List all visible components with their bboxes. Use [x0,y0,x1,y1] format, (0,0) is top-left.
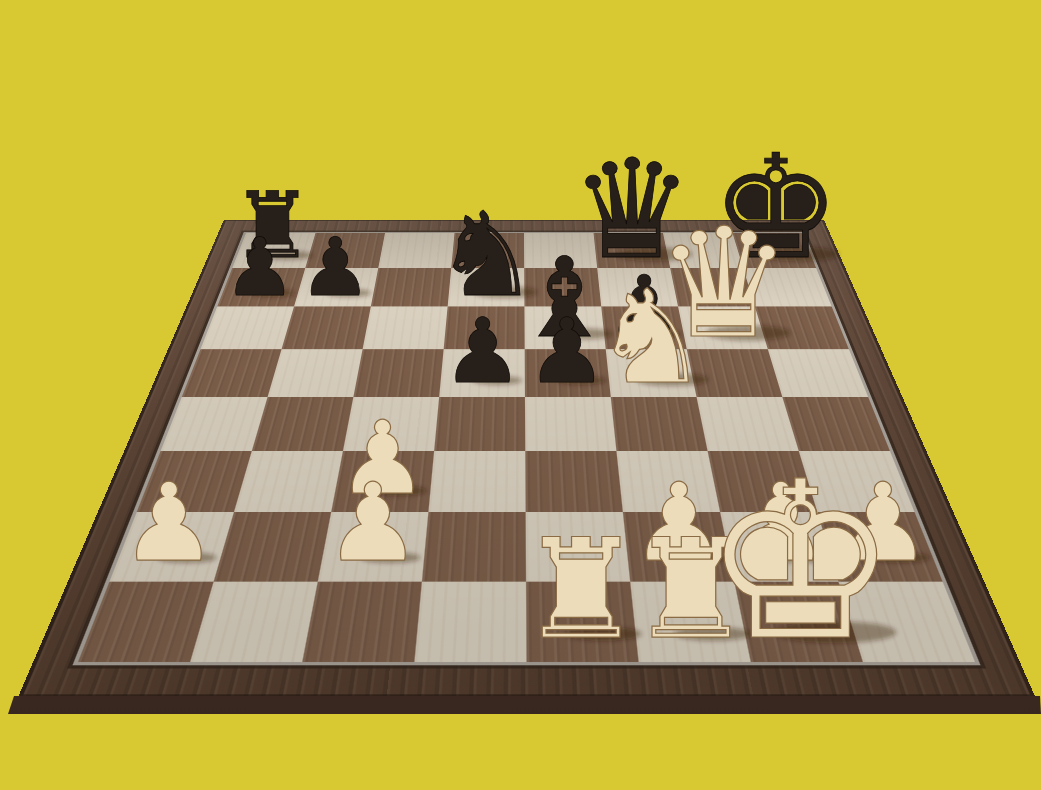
piece-white-king-g1[interactable]: ♚ [703,435,898,688]
piece-black-pawn-a7[interactable]: ♟ [224,220,296,314]
scene: ♜♛♚♟♟♞♝♟♛♟♟♞♟♟♟♟♟♟♜♜♚ [0,0,1041,790]
piece-white-pawn-a2[interactable]: ♟ [121,460,218,585]
pieces-layer: ♜♛♚♟♟♞♝♟♛♟♟♞♟♟♟♟♟♟♜♜♚ [0,0,1041,790]
piece-black-pawn-d5[interactable]: ♟ [443,299,523,403]
piece-white-pawn-c2[interactable]: ♟ [325,460,422,585]
piece-white-knight-f5[interactable]: ♞ [593,262,709,413]
piece-white-rook-e1[interactable]: ♜ [519,509,643,670]
piece-black-pawn-b7[interactable]: ♟ [299,220,371,314]
